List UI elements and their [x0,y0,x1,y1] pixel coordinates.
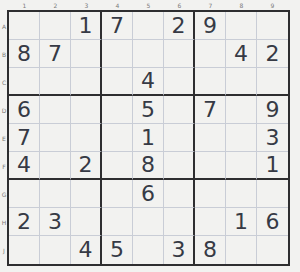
cell-D3[interactable] [71,96,102,124]
cell-A5[interactable] [133,12,164,40]
cell-H5[interactable] [133,208,164,236]
cell-B7[interactable] [195,40,226,68]
cell-D9[interactable]: 9 [257,96,288,124]
cell-C4[interactable] [102,68,133,96]
cell-J4[interactable]: 5 [102,236,133,264]
cell-A3[interactable]: 1 [71,12,102,40]
cell-B2[interactable]: 7 [40,40,71,68]
cell-H3[interactable] [71,208,102,236]
cell-F5[interactable]: 8 [133,152,164,180]
cell-A8[interactable] [226,12,257,40]
cell-B5[interactable] [133,40,164,68]
cell-G8[interactable] [226,180,257,208]
cell-C2[interactable] [40,68,71,96]
cell-B1[interactable]: 8 [9,40,40,68]
sudoku-board: 17298742465797134281623164538 [7,10,290,266]
cell-J1[interactable] [9,236,40,264]
cell-F3[interactable]: 2 [71,152,102,180]
cell-E6[interactable] [164,124,195,152]
cell-E5[interactable]: 1 [133,124,164,152]
cell-G6[interactable] [164,180,195,208]
cell-B3[interactable] [71,40,102,68]
cell-C5[interactable]: 4 [133,68,164,96]
column-label-6: 6 [164,1,195,10]
cell-H6[interactable] [164,208,195,236]
cell-A7[interactable]: 9 [195,12,226,40]
cell-H9[interactable]: 6 [257,208,288,236]
cell-C8[interactable] [226,68,257,96]
cell-H2[interactable]: 3 [40,208,71,236]
cell-E3[interactable] [71,124,102,152]
cell-A9[interactable] [257,12,288,40]
column-label-8: 8 [226,1,257,10]
cell-A2[interactable] [40,12,71,40]
cell-F6[interactable] [164,152,195,180]
cell-A4[interactable]: 7 [102,12,133,40]
cell-C3[interactable] [71,68,102,96]
cell-H1[interactable]: 2 [9,208,40,236]
cell-B9[interactable]: 2 [257,40,288,68]
cell-D6[interactable] [164,96,195,124]
cell-G3[interactable] [71,180,102,208]
cell-D1[interactable]: 6 [9,96,40,124]
cell-C7[interactable] [195,68,226,96]
cell-B6[interactable] [164,40,195,68]
cell-J5[interactable] [133,236,164,264]
cell-A6[interactable]: 2 [164,12,195,40]
cell-J7[interactable]: 8 [195,236,226,264]
cell-J3[interactable]: 4 [71,236,102,264]
column-label-1: 1 [9,1,40,10]
cell-F8[interactable] [226,152,257,180]
cell-E2[interactable] [40,124,71,152]
cell-H4[interactable] [102,208,133,236]
cell-G2[interactable] [40,180,71,208]
column-labels: 123456789 [9,1,288,10]
cell-C6[interactable] [164,68,195,96]
cell-H8[interactable]: 1 [226,208,257,236]
cell-J9[interactable] [257,236,288,264]
cell-C9[interactable] [257,68,288,96]
cell-E4[interactable] [102,124,133,152]
cell-D4[interactable] [102,96,133,124]
column-label-7: 7 [195,1,226,10]
cell-G5[interactable]: 6 [133,180,164,208]
cell-D8[interactable] [226,96,257,124]
cell-F4[interactable] [102,152,133,180]
cell-E9[interactable]: 3 [257,124,288,152]
cell-H7[interactable] [195,208,226,236]
cell-J6[interactable]: 3 [164,236,195,264]
cell-C1[interactable] [9,68,40,96]
cell-D7[interactable]: 7 [195,96,226,124]
cell-J8[interactable] [226,236,257,264]
cell-B4[interactable] [102,40,133,68]
cell-D2[interactable] [40,96,71,124]
column-label-5: 5 [133,1,164,10]
column-label-9: 9 [257,1,288,10]
cell-A1[interactable] [9,12,40,40]
cell-J2[interactable] [40,236,71,264]
cell-F2[interactable] [40,152,71,180]
cell-G1[interactable] [9,180,40,208]
cell-G9[interactable] [257,180,288,208]
cell-E1[interactable]: 7 [9,124,40,152]
cell-G4[interactable] [102,180,133,208]
column-label-2: 2 [40,1,71,10]
cell-F1[interactable]: 4 [9,152,40,180]
cell-D5[interactable]: 5 [133,96,164,124]
cell-F7[interactable] [195,152,226,180]
cell-E8[interactable] [226,124,257,152]
cell-G7[interactable] [195,180,226,208]
cell-B8[interactable]: 4 [226,40,257,68]
cell-E7[interactable] [195,124,226,152]
cell-F9[interactable]: 1 [257,152,288,180]
column-label-3: 3 [71,1,102,10]
sudoku-page: 123456789 ABCDEFGHJ 17298742465797134281… [0,0,300,272]
column-label-4: 4 [102,1,133,10]
